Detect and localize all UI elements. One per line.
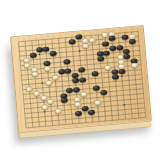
go-stone-white — [41, 104, 48, 110]
go-stone-white — [44, 65, 51, 71]
go-stone-black — [68, 39, 75, 45]
go-stone-black — [118, 69, 125, 75]
go-stone-black — [75, 111, 82, 117]
go-stone-black — [92, 85, 99, 91]
go-stone-white — [47, 99, 54, 105]
go-stone-black — [75, 34, 82, 40]
go-stone-black — [78, 77, 85, 83]
go-stone-black — [108, 36, 115, 42]
product-photo-background — [0, 0, 160, 160]
go-stone-black — [123, 54, 130, 60]
stones-layer — [19, 31, 146, 128]
go-stone-white — [94, 100, 101, 106]
go-stone-black — [72, 77, 79, 83]
go-stone-black — [63, 59, 70, 65]
go-stone-black — [42, 46, 49, 52]
go-stone-white — [54, 108, 61, 114]
go-stone-black — [91, 71, 98, 77]
go-stone-black — [64, 68, 71, 74]
go-stone-white — [82, 43, 89, 49]
go-stone-black — [78, 67, 85, 73]
go-stone-white — [45, 80, 52, 86]
go-stone-black — [109, 45, 116, 51]
go-stone-white — [51, 74, 58, 80]
go-stone-white — [40, 95, 47, 101]
go-stone-white — [33, 90, 40, 96]
go-stone-white — [26, 86, 33, 92]
go-stone-white — [131, 63, 138, 69]
go-stone-black — [112, 74, 119, 80]
go-stone-black — [100, 89, 107, 95]
go-stone-white — [80, 91, 87, 97]
go-stone-white — [88, 37, 95, 43]
go-stone-white — [31, 71, 38, 77]
go-stone-black — [29, 52, 36, 58]
go-stone-white — [74, 101, 81, 107]
go-stone-black — [129, 39, 136, 45]
go-board — [10, 25, 152, 133]
go-stone-black — [73, 87, 80, 93]
go-stone-white — [104, 65, 111, 71]
go-stone-black — [102, 41, 109, 47]
go-stone-black — [97, 56, 104, 62]
go-stone-black — [81, 106, 88, 112]
go-stone-black — [88, 110, 95, 116]
go-stone-white — [24, 62, 31, 68]
go-stone-black — [49, 50, 56, 56]
go-stone-black — [60, 98, 67, 104]
go-stone-black — [116, 45, 123, 51]
go-stone-black — [103, 51, 110, 57]
